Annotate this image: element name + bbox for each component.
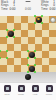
square-g7[interactable]: [42, 23, 49, 30]
new-game-button[interactable]: New: [0, 83, 14, 100]
move-hint-dot: [34, 22, 36, 24]
move-hint-dot: [34, 50, 36, 52]
square-e6[interactable]: [28, 30, 35, 37]
hint-icon: [32, 85, 39, 92]
menu-button[interactable]: Menu: [42, 83, 56, 100]
new-game-icon: [4, 85, 11, 92]
move-hint-dot: [34, 57, 36, 59]
square-f6[interactable]: [35, 30, 42, 37]
square-f7[interactable]: [35, 23, 42, 30]
checkers-app: Black 4 Kings 1 Time 0:00 0:00 White 1 K…: [0, 0, 56, 100]
square-c7[interactable]: [14, 23, 21, 30]
square-b3[interactable]: [7, 51, 14, 58]
title-dash: [26, 1, 31, 3]
bottom-toolbar: New Undo Hint Menu: [0, 82, 56, 100]
square-b4[interactable]: [7, 44, 14, 51]
hint-button[interactable]: Hint: [28, 83, 42, 100]
square-h2[interactable]: [49, 58, 56, 65]
square-d7[interactable]: [21, 23, 28, 30]
square-e7[interactable]: [28, 23, 35, 30]
button-label: New: [4, 93, 9, 96]
move-hint-dot: [27, 64, 29, 66]
square-g2[interactable]: [42, 58, 49, 65]
white-man[interactable]: [50, 17, 56, 23]
button-label: Undo: [18, 93, 24, 96]
square-d5[interactable]: [21, 37, 28, 44]
menu-icon: [46, 85, 53, 92]
move-hint-dot: [6, 29, 8, 31]
square-a2[interactable]: [0, 58, 7, 65]
square-b1[interactable]: [7, 65, 14, 72]
button-label: Menu: [46, 93, 52, 96]
move-hint-dot: [27, 71, 29, 73]
move-hint-dot: [41, 15, 43, 17]
square-f4[interactable]: [35, 44, 42, 51]
square-h4[interactable]: [49, 44, 56, 51]
move-hint-dot: [27, 57, 29, 59]
square-h7[interactable]: [49, 23, 56, 30]
move-hint-dot: [41, 22, 43, 24]
square-h8[interactable]: [49, 16, 56, 23]
piece-tray: [0, 72, 56, 82]
checkers-board[interactable]: [0, 16, 56, 72]
move-hint-dot: [6, 50, 8, 52]
square-b5[interactable]: [7, 37, 14, 44]
square-g5[interactable]: [42, 37, 49, 44]
square-f1[interactable]: [35, 65, 42, 72]
square-b2[interactable]: [7, 58, 14, 65]
white-stats: White 1 Kings 0 Time 0:00: [41, 1, 55, 11]
undo-button[interactable]: Undo: [14, 83, 28, 100]
square-g6[interactable]: [42, 30, 49, 37]
stat-label: Time: [41, 8, 48, 11]
square-c6[interactable]: [14, 30, 21, 37]
square-a1[interactable]: [0, 65, 7, 72]
stat-value: 0:00: [50, 8, 56, 11]
square-g3[interactable]: [42, 51, 49, 58]
square-g8[interactable]: [42, 16, 49, 23]
square-d6[interactable]: [21, 30, 28, 37]
square-c5[interactable]: [14, 37, 21, 44]
square-h1[interactable]: [49, 65, 56, 72]
square-c8[interactable]: [14, 16, 21, 23]
square-h5[interactable]: [49, 37, 56, 44]
move-hint-dot: [13, 29, 15, 31]
square-c1[interactable]: [14, 65, 21, 72]
square-c2[interactable]: [14, 58, 21, 65]
move-hint-dot: [13, 36, 15, 38]
undo-icon: [18, 85, 25, 92]
stats-header: Black 4 Kings 1 Time 0:00 0:00 White 1 K…: [0, 0, 56, 16]
move-hint-dot: [34, 64, 36, 66]
square-h3[interactable]: [49, 51, 56, 58]
move-hint-dot: [6, 57, 8, 59]
move-hint-dot: [6, 36, 8, 38]
square-f3[interactable]: [35, 51, 42, 58]
stat-row: Time 0:00: [41, 8, 55, 11]
move-hint-dot: [34, 15, 36, 17]
square-f2[interactable]: [35, 58, 42, 65]
square-b8[interactable]: [7, 16, 14, 23]
square-h6[interactable]: [49, 30, 56, 37]
square-d8[interactable]: [21, 16, 28, 23]
square-g4[interactable]: [42, 44, 49, 51]
square-c4[interactable]: [14, 44, 21, 51]
square-e5[interactable]: [28, 37, 35, 44]
square-a5[interactable]: [0, 37, 7, 44]
move-hint-dot: [27, 50, 29, 52]
move-hint-dot: [34, 71, 36, 73]
square-a8[interactable]: [0, 16, 7, 23]
square-f5[interactable]: [35, 37, 42, 44]
button-label: Hint: [33, 93, 37, 96]
square-g1[interactable]: [42, 65, 49, 72]
square-c3[interactable]: [14, 51, 21, 58]
turn-indicator-piece: [25, 74, 31, 80]
